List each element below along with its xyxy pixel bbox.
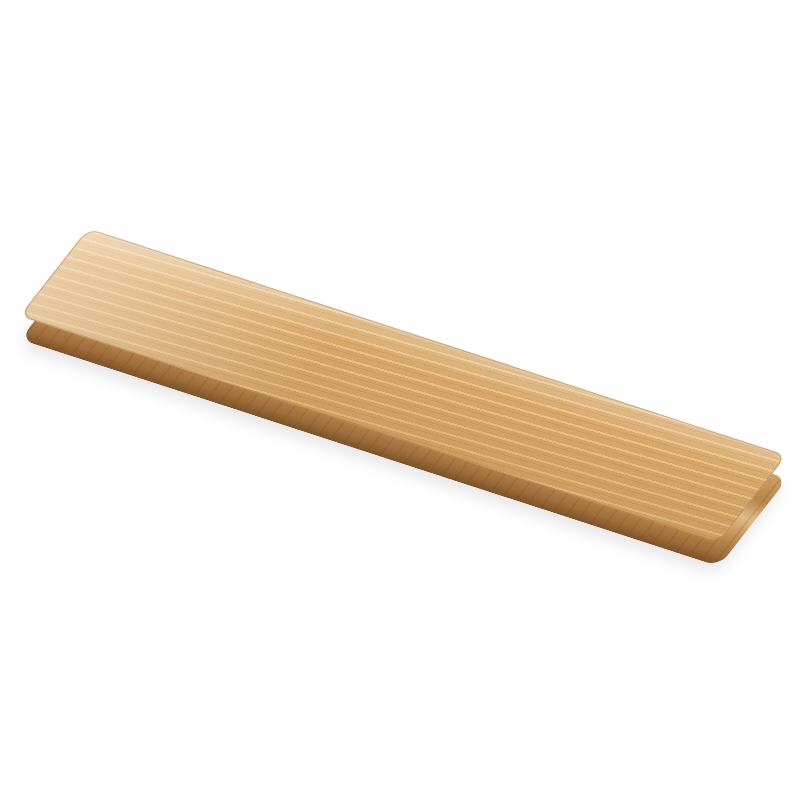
mancala-board	[19, 228, 787, 543]
board-top-face	[19, 228, 787, 543]
product-photo-mancala-board	[0, 0, 800, 800]
